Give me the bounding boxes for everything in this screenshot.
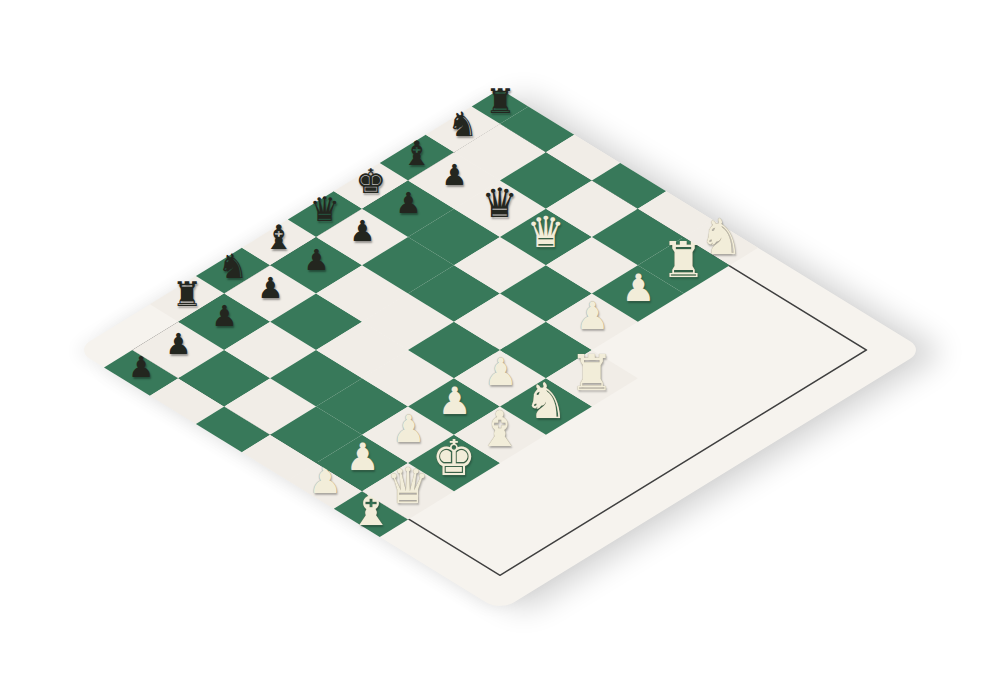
black-pawn-g7[interactable]: ♟ bbox=[395, 189, 421, 218]
black-pawn-b7[interactable]: ♟ bbox=[165, 331, 191, 360]
black-knight-b8[interactable]: ♞ bbox=[218, 249, 248, 283]
black-bishop-c8[interactable]: ♝ bbox=[264, 220, 294, 254]
white-pawn-b2[interactable]: ♟ bbox=[345, 439, 379, 477]
black-pawn-f7[interactable]: ♟ bbox=[349, 217, 375, 246]
black-rook-a8[interactable]: ♜ bbox=[172, 277, 202, 311]
chess-mat: abcdefgh8♜♞♝♛♚♝♞♜87♟♟♟♟♟♟♟♟7665♛54♛4332♟… bbox=[76, 89, 925, 611]
white-pawn-e2[interactable]: ♟ bbox=[483, 354, 517, 392]
black-pawn-e7[interactable]: ♟ bbox=[303, 246, 329, 275]
chess-board: abcdefgh8♜♞♝♛♚♝♞♜87♟♟♟♟♟♟♟♟7665♛54♛4332♟… bbox=[76, 89, 925, 611]
white-pawn-c2[interactable]: ♟ bbox=[391, 411, 425, 449]
black-king-e8[interactable]: ♚ bbox=[356, 164, 386, 198]
black-pawn-c7[interactable]: ♟ bbox=[211, 302, 237, 331]
black-queen-d8[interactable]: ♛ bbox=[310, 192, 340, 226]
black-knight-g8[interactable]: ♞ bbox=[448, 107, 478, 141]
white-pawn-g2[interactable]: ♟ bbox=[575, 298, 609, 336]
product-photo-scene: abcdefgh8♜♞♝♛♚♝♞♜87♟♟♟♟♟♟♟♟7665♛54♛4332♟… bbox=[0, 0, 1000, 700]
black-rook-h8[interactable]: ♜ bbox=[485, 84, 515, 118]
white-rook-h1[interactable]: ♜ bbox=[570, 349, 614, 398]
white-knight-b1[interactable]: ♞ bbox=[699, 213, 743, 262]
black-bishop-f8[interactable]: ♝ bbox=[402, 136, 432, 170]
black-pawn-h7[interactable]: ♟ bbox=[441, 161, 467, 190]
black-pawn-d7[interactable]: ♟ bbox=[257, 274, 283, 303]
white-pawn-d2[interactable]: ♟ bbox=[437, 383, 471, 421]
white-pawn-h2[interactable]: ♟ bbox=[621, 270, 655, 308]
black-queen-b5[interactable]: ♛ bbox=[482, 183, 518, 224]
